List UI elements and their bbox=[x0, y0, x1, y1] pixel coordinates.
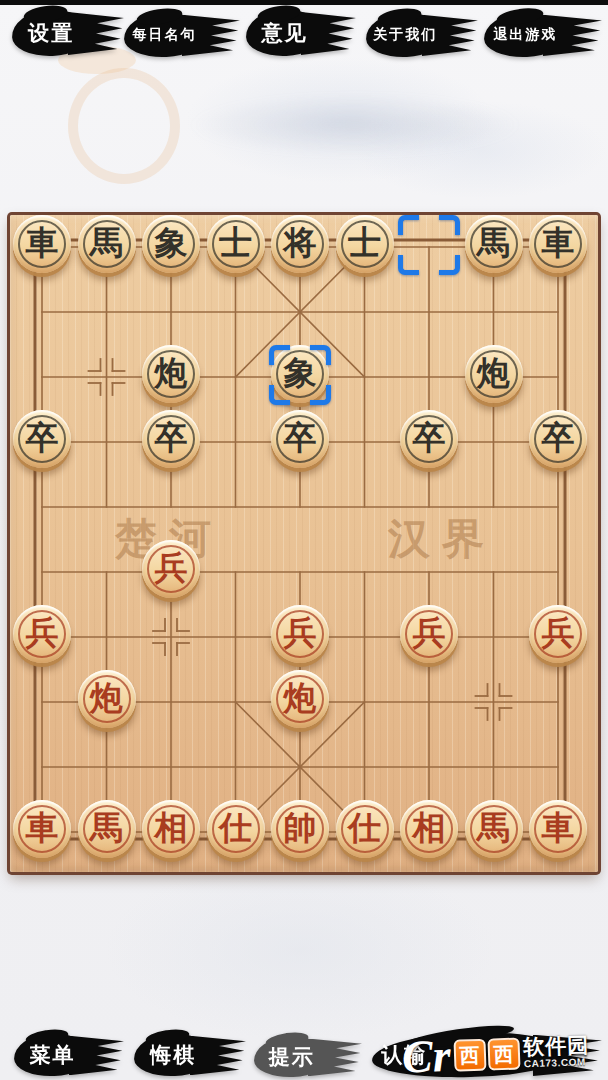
piece-glyph: 炮 bbox=[477, 357, 510, 390]
piece-glyph: 相 bbox=[413, 812, 446, 845]
piece-black-soldier[interactable]: 卒 bbox=[13, 410, 71, 468]
watermark-tile-1: 西 bbox=[453, 1039, 486, 1072]
piece-glyph: 兵 bbox=[284, 617, 317, 650]
piece-glyph: 卒 bbox=[542, 422, 575, 455]
piece-glyph: 車 bbox=[26, 227, 59, 260]
board-grid bbox=[10, 215, 598, 872]
river-label-right: 汉界 bbox=[388, 515, 496, 563]
piece-black-soldier[interactable]: 卒 bbox=[529, 410, 587, 468]
piece-black-soldier[interactable]: 卒 bbox=[271, 410, 329, 468]
piece-glyph: 馬 bbox=[477, 812, 510, 845]
piece-glyph: 兵 bbox=[413, 617, 446, 650]
piece-red-chariot[interactable]: 車 bbox=[13, 800, 71, 858]
about-us-button[interactable]: 关于我们 bbox=[366, 11, 478, 59]
top-black-strip bbox=[0, 0, 608, 5]
piece-black-horse[interactable]: 馬 bbox=[465, 215, 523, 273]
piece-glyph: 炮 bbox=[90, 682, 123, 715]
settings-label: 设置 bbox=[16, 8, 85, 58]
piece-black-soldier[interactable]: 卒 bbox=[400, 410, 458, 468]
piece-red-general[interactable]: 帥 bbox=[271, 800, 329, 858]
menu-button[interactable]: 菜单 bbox=[14, 1032, 124, 1078]
hint-button[interactable]: 提示 bbox=[254, 1035, 362, 1079]
piece-glyph: 馬 bbox=[90, 227, 123, 260]
piece-glyph: 炮 bbox=[284, 682, 317, 715]
piece-glyph: 車 bbox=[542, 227, 575, 260]
feedback-button[interactable]: 意见 bbox=[246, 8, 356, 58]
menu-label: 菜单 bbox=[18, 1032, 86, 1078]
piece-black-advisor[interactable]: 士 bbox=[207, 215, 265, 273]
watermark-logo: Cr bbox=[401, 1033, 451, 1080]
piece-black-cannon[interactable]: 炮 bbox=[465, 345, 523, 403]
piece-glyph: 卒 bbox=[284, 422, 317, 455]
exit-game-label: 退出游戏 bbox=[489, 11, 562, 59]
piece-red-soldier[interactable]: 兵 bbox=[529, 605, 587, 663]
piece-red-cannon[interactable]: 炮 bbox=[271, 670, 329, 728]
xiangqi-board[interactable]: 楚河 汉界 車馬象士将士馬車炮象炮卒卒卒卒卒兵兵兵兵兵炮炮車馬相仕帥仕相馬車 bbox=[10, 215, 598, 872]
piece-glyph: 馬 bbox=[477, 227, 510, 260]
piece-glyph: 象 bbox=[284, 357, 317, 390]
piece-red-elephant[interactable]: 相 bbox=[400, 800, 458, 858]
piece-glyph: 馬 bbox=[90, 812, 123, 845]
piece-glyph: 仕 bbox=[219, 812, 252, 845]
piece-black-general[interactable]: 将 bbox=[271, 215, 329, 273]
piece-glyph: 卒 bbox=[155, 422, 188, 455]
piece-red-soldier[interactable]: 兵 bbox=[400, 605, 458, 663]
watermark-tile-2: 西 bbox=[487, 1038, 520, 1071]
daily-quote-label: 每日名句 bbox=[129, 11, 201, 59]
watermark-site-name: 软件园 bbox=[523, 1035, 590, 1058]
hint-label: 提示 bbox=[258, 1035, 325, 1079]
site-watermark: Cr 西 西 软件园 CA173.COM bbox=[401, 1024, 608, 1080]
piece-glyph: 車 bbox=[26, 812, 59, 845]
piece-glyph: 兵 bbox=[542, 617, 575, 650]
piece-glyph: 炮 bbox=[155, 357, 188, 390]
piece-glyph: 士 bbox=[348, 227, 381, 260]
exit-game-button[interactable]: 退出游戏 bbox=[484, 11, 602, 59]
about-us-label: 关于我们 bbox=[370, 11, 439, 59]
piece-black-elephant[interactable]: 象 bbox=[142, 215, 200, 273]
piece-red-advisor[interactable]: 仕 bbox=[336, 800, 394, 858]
piece-red-soldier[interactable]: 兵 bbox=[142, 540, 200, 598]
piece-red-elephant[interactable]: 相 bbox=[142, 800, 200, 858]
piece-black-horse[interactable]: 馬 bbox=[78, 215, 136, 273]
piece-red-advisor[interactable]: 仕 bbox=[207, 800, 265, 858]
piece-glyph: 将 bbox=[284, 227, 317, 260]
piece-glyph: 士 bbox=[219, 227, 252, 260]
piece-red-soldier[interactable]: 兵 bbox=[13, 605, 71, 663]
piece-glyph: 相 bbox=[155, 812, 188, 845]
watermark-site-url: CA173.COM bbox=[524, 1057, 586, 1069]
decor-mountain-wisp bbox=[190, 95, 520, 155]
piece-black-cannon[interactable]: 炮 bbox=[142, 345, 200, 403]
piece-black-chariot[interactable]: 車 bbox=[13, 215, 71, 273]
piece-glyph: 帥 bbox=[284, 812, 317, 845]
piece-glyph: 卒 bbox=[413, 422, 446, 455]
piece-black-chariot[interactable]: 車 bbox=[529, 215, 587, 273]
piece-red-horse[interactable]: 馬 bbox=[465, 800, 523, 858]
piece-glyph: 象 bbox=[155, 227, 188, 260]
undo-move-button[interactable]: 悔棋 bbox=[134, 1032, 246, 1078]
piece-red-horse[interactable]: 馬 bbox=[78, 800, 136, 858]
piece-glyph: 車 bbox=[542, 812, 575, 845]
piece-black-elephant[interactable]: 象 bbox=[271, 345, 329, 403]
piece-glyph: 兵 bbox=[26, 617, 59, 650]
decor-seal-ring bbox=[68, 68, 180, 184]
piece-black-advisor[interactable]: 士 bbox=[336, 215, 394, 273]
feedback-label: 意见 bbox=[250, 8, 318, 58]
daily-quote-button[interactable]: 每日名句 bbox=[124, 11, 240, 59]
piece-glyph: 卒 bbox=[26, 422, 59, 455]
piece-glyph: 兵 bbox=[155, 552, 188, 585]
settings-button[interactable]: 设置 bbox=[12, 8, 124, 58]
piece-red-soldier[interactable]: 兵 bbox=[271, 605, 329, 663]
undo-move-label: 悔棋 bbox=[138, 1032, 207, 1078]
piece-red-chariot[interactable]: 車 bbox=[529, 800, 587, 858]
piece-glyph: 仕 bbox=[348, 812, 381, 845]
piece-black-soldier[interactable]: 卒 bbox=[142, 410, 200, 468]
piece-red-cannon[interactable]: 炮 bbox=[78, 670, 136, 728]
